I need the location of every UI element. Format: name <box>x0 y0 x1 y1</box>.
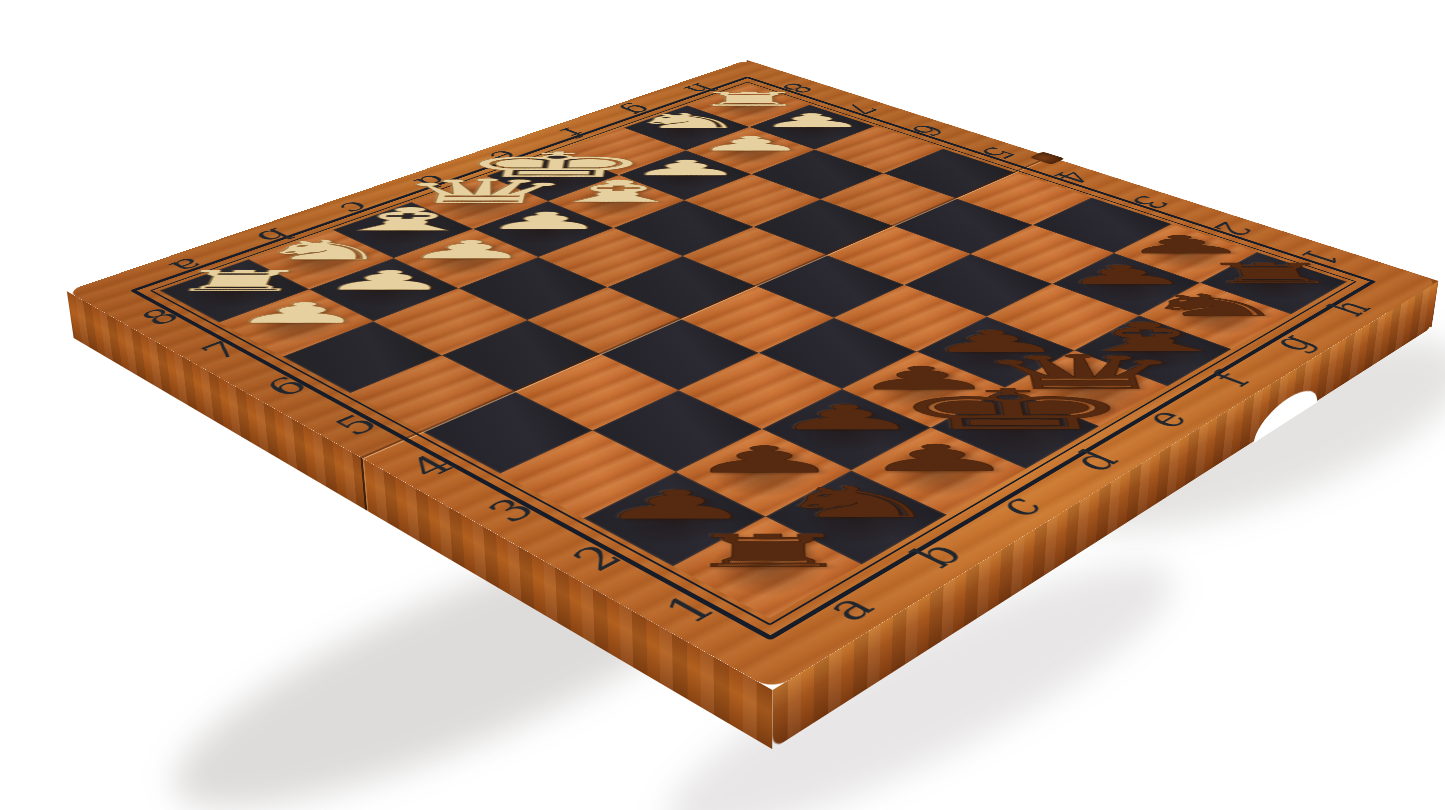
board-finger-notch <box>1254 378 1320 443</box>
chess-board: 8877665544332211aabbccddeeffgghh ♜♞♝♛♚♞♜… <box>67 60 1439 690</box>
fold-seam-left-side <box>360 457 368 511</box>
product-photo-stage: 8877665544332211aabbccddeeffgghh ♜♞♝♛♚♞♜… <box>0 0 1445 810</box>
perspective-scene: 8877665544332211aabbccddeeffgghh ♜♞♝♛♚♞♜… <box>0 0 1445 810</box>
